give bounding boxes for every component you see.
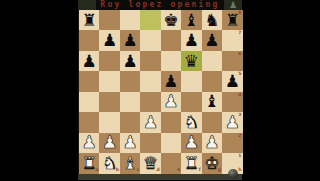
- square-f4[interactable]: [181, 92, 201, 112]
- square-c1[interactable]: ♝c: [120, 153, 140, 173]
- square-e5[interactable]: ♟: [161, 71, 181, 91]
- square-f7[interactable]: ♟: [181, 30, 201, 50]
- square-e2[interactable]: [161, 133, 181, 153]
- file-label: f: [199, 168, 201, 173]
- square-e4[interactable]: ♟: [161, 92, 181, 112]
- black-bishop: ♝: [184, 11, 199, 28]
- square-d1[interactable]: ♛d: [140, 153, 160, 173]
- rank-label: 4: [238, 93, 241, 98]
- square-c6[interactable]: ♟: [120, 51, 140, 71]
- white-pawn: ♟: [102, 134, 117, 151]
- black-pawn: ♟: [122, 32, 137, 49]
- square-f2[interactable]: ♟: [181, 133, 201, 153]
- black-knight: ♞: [204, 11, 219, 28]
- square-d2[interactable]: [140, 133, 160, 153]
- square-d7[interactable]: [140, 30, 160, 50]
- file-label: e: [177, 168, 180, 173]
- black-queen: ♛: [184, 52, 199, 69]
- square-d8[interactable]: [140, 10, 160, 30]
- square-f3[interactable]: ♞: [181, 112, 201, 132]
- white-pawn: ♟: [82, 134, 97, 151]
- square-e8[interactable]: ♚: [161, 10, 181, 30]
- square-h7[interactable]: 7: [222, 30, 242, 50]
- rank-label: 6: [238, 52, 241, 57]
- square-g2[interactable]: ♟: [202, 133, 222, 153]
- square-e6[interactable]: [161, 51, 181, 71]
- square-h3[interactable]: ♟3: [222, 112, 242, 132]
- square-a2[interactable]: ♟: [79, 133, 99, 153]
- square-c3[interactable]: [120, 112, 140, 132]
- square-h2[interactable]: 2: [222, 133, 242, 153]
- chess-board: ♜♚♝♞♜8♟♟♟♟7♟♟♛6♟♟5♟♝4♟♞♟3♟♟♟♟♟2♜a♞b♝c♛de…: [79, 10, 243, 174]
- square-d6[interactable]: [140, 51, 160, 71]
- letterbox-left: [0, 0, 78, 180]
- black-rook: ♜: [82, 11, 97, 28]
- square-a6[interactable]: ♟: [79, 51, 99, 71]
- rank-label: 8: [238, 11, 241, 16]
- sphere-watermark-icon: [228, 169, 238, 179]
- square-g4[interactable]: ♝: [202, 92, 222, 112]
- file-label: a: [95, 168, 98, 173]
- white-bishop: ♝: [122, 154, 137, 171]
- square-e3[interactable]: [161, 112, 181, 132]
- square-b6[interactable]: [99, 51, 119, 71]
- square-b8[interactable]: [99, 10, 119, 30]
- video-title: Ruy lopez opening: [100, 0, 219, 10]
- square-f6[interactable]: ♛: [181, 51, 201, 71]
- black-pawn: ♟: [82, 52, 97, 69]
- square-a3[interactable]: [79, 112, 99, 132]
- bottom-bar: [78, 174, 242, 181]
- square-b1[interactable]: ♞b: [99, 153, 119, 173]
- black-pawn: ♟: [122, 52, 137, 69]
- square-d5[interactable]: [140, 71, 160, 91]
- rank-label: 2: [238, 134, 241, 139]
- file-label: d: [157, 168, 160, 173]
- square-b3[interactable]: [99, 112, 119, 132]
- square-c7[interactable]: ♟: [120, 30, 140, 50]
- square-a1[interactable]: ♜a: [79, 153, 99, 173]
- square-a5[interactable]: [79, 71, 99, 91]
- square-g3[interactable]: [202, 112, 222, 132]
- rank-label: 7: [238, 31, 241, 36]
- black-pawn: ♟: [184, 32, 199, 49]
- title-box: Ruy lopez opening: [96, 0, 223, 10]
- square-g6[interactable]: [202, 51, 222, 71]
- square-e1[interactable]: e: [161, 153, 181, 173]
- file-label: h: [238, 168, 241, 173]
- pawn-icon: ♟: [229, 0, 237, 10]
- square-b5[interactable]: [99, 71, 119, 91]
- square-f1[interactable]: ♜f: [181, 153, 201, 173]
- square-h8[interactable]: ♜8: [222, 10, 242, 30]
- square-f8[interactable]: ♝: [181, 10, 201, 30]
- square-h4[interactable]: 4: [222, 92, 242, 112]
- chess-video-frame: Ruy lopez opening ♟ ♜♚♝♞♜8♟♟♟♟7♟♟♛6♟♟5♟♝…: [0, 0, 320, 180]
- video-content: Ruy lopez opening ♟ ♜♚♝♞♜8♟♟♟♟7♟♟♛6♟♟5♟♝…: [78, 0, 242, 180]
- white-pawn: ♟: [163, 93, 178, 110]
- rank-label: 5: [238, 72, 241, 77]
- square-a4[interactable]: [79, 92, 99, 112]
- square-c5[interactable]: [120, 71, 140, 91]
- square-e7[interactable]: [161, 30, 181, 50]
- black-bishop: ♝: [204, 93, 219, 110]
- white-pawn: ♟: [204, 134, 219, 151]
- square-b2[interactable]: ♟: [99, 133, 119, 153]
- file-label: b: [116, 168, 119, 173]
- square-d3[interactable]: ♟: [140, 112, 160, 132]
- white-pawn: ♟: [184, 134, 199, 151]
- rank-label: 1: [238, 154, 241, 159]
- square-g7[interactable]: ♟: [202, 30, 222, 50]
- square-d4[interactable]: [140, 92, 160, 112]
- square-h5[interactable]: ♟5: [222, 71, 242, 91]
- square-h6[interactable]: 6: [222, 51, 242, 71]
- black-pawn: ♟: [204, 32, 219, 49]
- square-g8[interactable]: ♞: [202, 10, 222, 30]
- file-label: g: [218, 168, 221, 173]
- white-pawn: ♟: [122, 134, 137, 151]
- square-b7[interactable]: ♟: [99, 30, 119, 50]
- white-rook: ♜: [184, 154, 199, 171]
- title-bar: Ruy lopez opening ♟: [78, 0, 242, 10]
- square-f5[interactable]: [181, 71, 201, 91]
- square-a8[interactable]: ♜: [79, 10, 99, 30]
- black-king: ♚: [163, 11, 178, 28]
- rank-label: 3: [238, 113, 241, 118]
- square-c2[interactable]: ♟: [120, 133, 140, 153]
- white-knight: ♞: [184, 113, 199, 130]
- square-c8[interactable]: [120, 10, 140, 30]
- black-pawn: ♟: [163, 73, 178, 90]
- square-a7[interactable]: [79, 30, 99, 50]
- file-label: c: [137, 168, 140, 173]
- letterbox-right: [242, 0, 320, 180]
- black-pawn: ♟: [102, 32, 117, 49]
- square-b4[interactable]: [99, 92, 119, 112]
- square-c4[interactable]: [120, 92, 140, 112]
- square-g1[interactable]: ♚g: [202, 153, 222, 173]
- white-pawn: ♟: [143, 113, 158, 130]
- square-g5[interactable]: [202, 71, 222, 91]
